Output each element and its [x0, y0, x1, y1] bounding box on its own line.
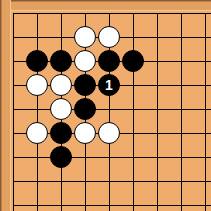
- white-stone: [26, 74, 48, 96]
- board-point-c5r2: [97, 25, 121, 49]
- board-point-c3r7: [49, 145, 73, 169]
- board-point-c5r3: [97, 49, 121, 73]
- white-stone: [26, 122, 48, 144]
- black-stone: [74, 74, 96, 96]
- white-stone: [74, 50, 96, 72]
- black-stone: [50, 122, 72, 144]
- go-board-diagram: 1: [0, 0, 211, 211]
- white-stone: [98, 26, 120, 48]
- board-point-c2r3: [25, 49, 49, 73]
- board-point-c4r4: [73, 73, 97, 97]
- black-stone: [74, 98, 96, 120]
- black-stone: [122, 50, 144, 72]
- black-stone: [50, 146, 72, 168]
- black-stone: [26, 50, 48, 72]
- board-point-c6r3: [121, 49, 145, 73]
- white-stone: [74, 26, 96, 48]
- board-point-c3r5: [49, 97, 73, 121]
- move-number-label: 1: [105, 78, 113, 92]
- board-point-c4r3: [73, 49, 97, 73]
- white-stone: [50, 74, 72, 96]
- black-stone: [98, 50, 120, 72]
- black-stone: [50, 50, 72, 72]
- board-point-c2r6: [25, 121, 49, 145]
- white-stone: [50, 98, 72, 120]
- board-point-c4r2: [73, 25, 97, 49]
- go-board: 1: [1, 1, 211, 211]
- board-point-c4r6: [73, 121, 97, 145]
- board-point-c3r4: [49, 73, 73, 97]
- board-point-c2r4: [25, 73, 49, 97]
- board-point-c5r4: 1: [97, 73, 121, 97]
- board-frame-left: [0, 0, 11, 211]
- white-stone: [74, 122, 96, 144]
- board-frame-top: [0, 0, 211, 11]
- board-point-c5r6: [97, 121, 121, 145]
- white-stone: [98, 122, 120, 144]
- board-point-c4r5: [73, 97, 97, 121]
- board-point-c3r3: [49, 49, 73, 73]
- board-point-c3r6: [49, 121, 73, 145]
- move-1-stone: 1: [98, 74, 120, 96]
